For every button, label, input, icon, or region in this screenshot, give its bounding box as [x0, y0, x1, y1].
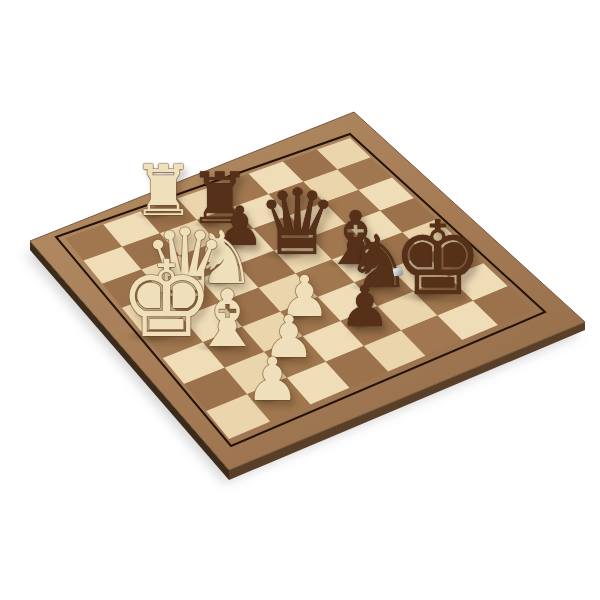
- chessboard-photo: ♚♝♞♛♟♟♜♟♜♞♟♛♝♟♚ Overhead angled photogra…: [0, 0, 600, 600]
- piece-black-queen-d5[interactable]: ♛: [257, 177, 339, 268]
- brand-sticker: [392, 267, 402, 277]
- piece-white-pawn-h2[interactable]: ♟: [246, 349, 299, 409]
- piece-black-pawn-g5[interactable]: ♟: [340, 278, 391, 335]
- pieces-layer: ♚♝♞♛♟♟♜♟♜♞♟♛♝♟♚: [0, 0, 600, 600]
- piece-white-king-e1[interactable]: ♚: [119, 246, 214, 352]
